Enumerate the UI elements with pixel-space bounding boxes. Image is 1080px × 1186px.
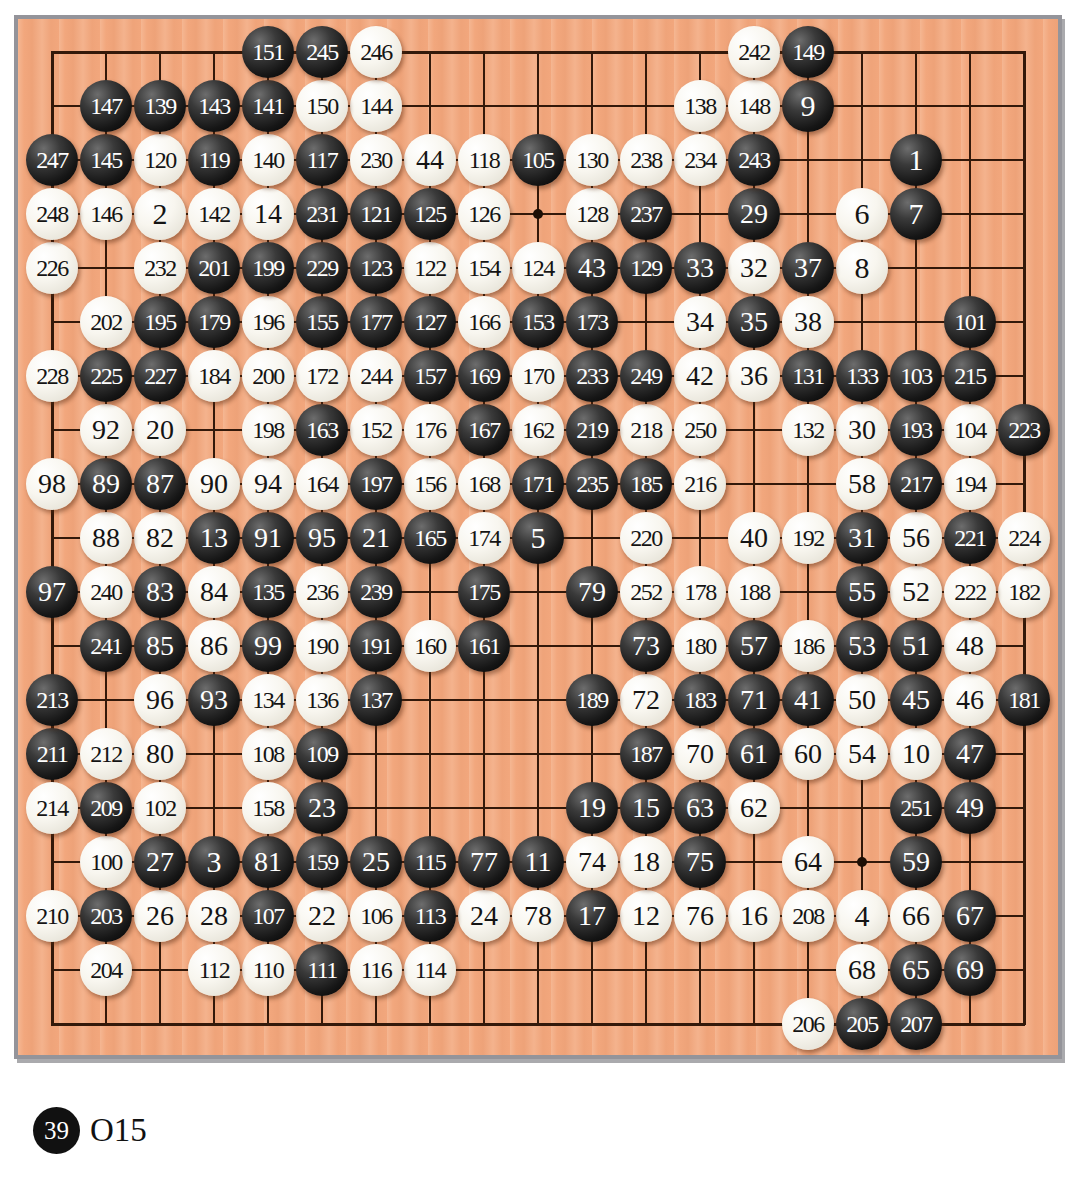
stone-black-23: 23 xyxy=(296,782,348,834)
stone-black-129: 129 xyxy=(620,242,672,294)
stone-white-226: 226 xyxy=(26,242,78,294)
stone-black-157: 157 xyxy=(404,350,456,402)
stone-white-66: 66 xyxy=(890,890,942,942)
stone-black-153: 153 xyxy=(512,296,564,348)
stone-black-119: 119 xyxy=(188,134,240,186)
stone-black-63: 63 xyxy=(674,782,726,834)
stone-white-190: 190 xyxy=(296,620,348,672)
stone-white-168: 168 xyxy=(458,458,510,510)
stone-black-245: 245 xyxy=(296,26,348,78)
stone-black-149: 149 xyxy=(782,26,834,78)
stone-black-27: 27 xyxy=(134,836,186,888)
stone-black-121: 121 xyxy=(350,188,402,240)
stone-black-61: 61 xyxy=(728,728,780,780)
stone-black-19: 19 xyxy=(566,782,618,834)
stone-black-81: 81 xyxy=(242,836,294,888)
stone-white-138: 138 xyxy=(674,80,726,132)
stone-white-54: 54 xyxy=(836,728,888,780)
stone-white-164: 164 xyxy=(296,458,348,510)
stone-white-6: 6 xyxy=(836,188,888,240)
stone-black-93: 93 xyxy=(188,674,240,726)
stone-white-126: 126 xyxy=(458,188,510,240)
stone-black-225: 225 xyxy=(80,350,132,402)
stone-white-28: 28 xyxy=(188,890,240,942)
stone-white-70: 70 xyxy=(674,728,726,780)
stone-black-85: 85 xyxy=(134,620,186,672)
stone-black-29: 29 xyxy=(728,188,780,240)
stone-white-36: 36 xyxy=(728,350,780,402)
stone-white-238: 238 xyxy=(620,134,672,186)
stone-black-217: 217 xyxy=(890,458,942,510)
stone-black-205: 205 xyxy=(836,998,888,1050)
stone-black-181: 181 xyxy=(998,674,1050,726)
stone-black-241: 241 xyxy=(80,620,132,672)
stone-black-117: 117 xyxy=(296,134,348,186)
stone-black-179: 179 xyxy=(188,296,240,348)
stone-white-40: 40 xyxy=(728,512,780,564)
stone-black-43: 43 xyxy=(566,242,618,294)
stone-white-166: 166 xyxy=(458,296,510,348)
stone-black-71: 71 xyxy=(728,674,780,726)
stone-white-84: 84 xyxy=(188,566,240,618)
stone-white-180: 180 xyxy=(674,620,726,672)
stone-black-227: 227 xyxy=(134,350,186,402)
caption-black-stone-icon: 39 xyxy=(33,1107,80,1154)
stone-black-163: 163 xyxy=(296,404,348,456)
stone-black-177: 177 xyxy=(350,296,402,348)
stone-black-207: 207 xyxy=(890,998,942,1050)
stone-white-68: 68 xyxy=(836,944,888,996)
stone-white-82: 82 xyxy=(134,512,186,564)
stone-white-172: 172 xyxy=(296,350,348,402)
stone-white-216: 216 xyxy=(674,458,726,510)
stone-black-11: 11 xyxy=(512,836,564,888)
stone-white-72: 72 xyxy=(620,674,672,726)
stone-black-45: 45 xyxy=(890,674,942,726)
stone-white-182: 182 xyxy=(998,566,1050,618)
stone-white-88: 88 xyxy=(80,512,132,564)
stone-white-236: 236 xyxy=(296,566,348,618)
stone-black-247: 247 xyxy=(26,134,78,186)
stone-white-142: 142 xyxy=(188,188,240,240)
stone-white-104: 104 xyxy=(944,404,996,456)
stone-black-33: 33 xyxy=(674,242,726,294)
stone-black-135: 135 xyxy=(242,566,294,618)
stone-black-41: 41 xyxy=(782,674,834,726)
stone-white-14: 14 xyxy=(242,188,294,240)
stone-black-83: 83 xyxy=(134,566,186,618)
stone-black-159: 159 xyxy=(296,836,348,888)
stone-white-146: 146 xyxy=(80,188,132,240)
stone-white-130: 130 xyxy=(566,134,618,186)
stone-white-94: 94 xyxy=(242,458,294,510)
stone-black-7: 7 xyxy=(890,188,942,240)
stone-black-133: 133 xyxy=(836,350,888,402)
stone-white-154: 154 xyxy=(458,242,510,294)
stone-black-183: 183 xyxy=(674,674,726,726)
stone-white-242: 242 xyxy=(728,26,780,78)
stone-white-86: 86 xyxy=(188,620,240,672)
stone-black-173: 173 xyxy=(566,296,618,348)
stone-white-170: 170 xyxy=(512,350,564,402)
stone-white-250: 250 xyxy=(674,404,726,456)
stone-white-62: 62 xyxy=(728,782,780,834)
stone-black-219: 219 xyxy=(566,404,618,456)
stone-black-239: 239 xyxy=(350,566,402,618)
stone-black-165: 165 xyxy=(404,512,456,564)
stone-white-178: 178 xyxy=(674,566,726,618)
stone-white-106: 106 xyxy=(350,890,402,942)
caption-move-number: 39 xyxy=(44,1118,69,1143)
stone-black-67: 67 xyxy=(944,890,996,942)
stone-black-167: 167 xyxy=(458,404,510,456)
stone-white-222: 222 xyxy=(944,566,996,618)
stone-black-139: 139 xyxy=(134,80,186,132)
move-caption: 39 O15 xyxy=(33,1107,147,1154)
stone-white-134: 134 xyxy=(242,674,294,726)
stone-black-199: 199 xyxy=(242,242,294,294)
stone-black-175: 175 xyxy=(458,566,510,618)
stone-white-20: 20 xyxy=(134,404,186,456)
stone-black-105: 105 xyxy=(512,134,564,186)
stone-black-57: 57 xyxy=(728,620,780,672)
stone-black-155: 155 xyxy=(296,296,348,348)
stone-white-206: 206 xyxy=(782,998,834,1050)
stone-black-185: 185 xyxy=(620,458,672,510)
stone-black-25: 25 xyxy=(350,836,402,888)
stone-white-140: 140 xyxy=(242,134,294,186)
stone-black-91: 91 xyxy=(242,512,294,564)
stone-black-127: 127 xyxy=(404,296,456,348)
stone-white-120: 120 xyxy=(134,134,186,186)
stone-white-42: 42 xyxy=(674,350,726,402)
stone-black-115: 115 xyxy=(404,836,456,888)
stone-black-137: 137 xyxy=(350,674,402,726)
stone-black-209: 209 xyxy=(80,782,132,834)
stone-black-111: 111 xyxy=(296,944,348,996)
stone-white-188: 188 xyxy=(728,566,780,618)
stone-black-73: 73 xyxy=(620,620,672,672)
stone-black-235: 235 xyxy=(566,458,618,510)
stone-white-4: 4 xyxy=(836,890,888,942)
stone-white-192: 192 xyxy=(782,512,834,564)
stone-white-252: 252 xyxy=(620,566,672,618)
stone-white-64: 64 xyxy=(782,836,834,888)
stone-white-204: 204 xyxy=(80,944,132,996)
stone-white-230: 230 xyxy=(350,134,402,186)
stone-black-13: 13 xyxy=(188,512,240,564)
stone-black-189: 189 xyxy=(566,674,618,726)
stone-black-171: 171 xyxy=(512,458,564,510)
stone-white-56: 56 xyxy=(890,512,942,564)
stone-black-3: 3 xyxy=(188,836,240,888)
stone-black-243: 243 xyxy=(728,134,780,186)
stone-white-220: 220 xyxy=(620,512,672,564)
stone-white-58: 58 xyxy=(836,458,888,510)
go-board: 1234567891011121314151617181920212223242… xyxy=(14,15,1062,1059)
stone-black-125: 125 xyxy=(404,188,456,240)
stone-white-210: 210 xyxy=(26,890,78,942)
stone-black-161: 161 xyxy=(458,620,510,672)
stone-black-75: 75 xyxy=(674,836,726,888)
stone-white-92: 92 xyxy=(80,404,132,456)
stone-black-145: 145 xyxy=(80,134,132,186)
stone-white-90: 90 xyxy=(188,458,240,510)
stone-white-122: 122 xyxy=(404,242,456,294)
stone-white-10: 10 xyxy=(890,728,942,780)
stone-white-2: 2 xyxy=(134,188,186,240)
stone-white-102: 102 xyxy=(134,782,186,834)
stone-white-194: 194 xyxy=(944,458,996,510)
stone-white-16: 16 xyxy=(728,890,780,942)
stone-black-221: 221 xyxy=(944,512,996,564)
stone-white-144: 144 xyxy=(350,80,402,132)
stone-black-113: 113 xyxy=(404,890,456,942)
stone-black-251: 251 xyxy=(890,782,942,834)
stone-black-55: 55 xyxy=(836,566,888,618)
stone-white-26: 26 xyxy=(134,890,186,942)
stone-black-143: 143 xyxy=(188,80,240,132)
stone-black-203: 203 xyxy=(80,890,132,942)
stone-white-108: 108 xyxy=(242,728,294,780)
stone-black-97: 97 xyxy=(26,566,78,618)
stone-black-197: 197 xyxy=(350,458,402,510)
stone-black-237: 237 xyxy=(620,188,672,240)
stone-white-96: 96 xyxy=(134,674,186,726)
stone-white-8: 8 xyxy=(836,242,888,294)
stone-white-240: 240 xyxy=(80,566,132,618)
stone-white-116: 116 xyxy=(350,944,402,996)
stone-black-211: 211 xyxy=(26,728,78,780)
stone-black-77: 77 xyxy=(458,836,510,888)
stone-white-174: 174 xyxy=(458,512,510,564)
stone-white-132: 132 xyxy=(782,404,834,456)
stone-black-109: 109 xyxy=(296,728,348,780)
stone-black-195: 195 xyxy=(134,296,186,348)
stone-black-5: 5 xyxy=(512,512,564,564)
stone-black-249: 249 xyxy=(620,350,672,402)
stone-black-231: 231 xyxy=(296,188,348,240)
stone-black-99: 99 xyxy=(242,620,294,672)
stone-white-76: 76 xyxy=(674,890,726,942)
stone-white-114: 114 xyxy=(404,944,456,996)
stone-black-21: 21 xyxy=(350,512,402,564)
stone-black-191: 191 xyxy=(350,620,402,672)
stone-black-95: 95 xyxy=(296,512,348,564)
stone-white-80: 80 xyxy=(134,728,186,780)
stone-white-218: 218 xyxy=(620,404,672,456)
stone-white-98: 98 xyxy=(26,458,78,510)
stone-white-24: 24 xyxy=(458,890,510,942)
stone-white-202: 202 xyxy=(80,296,132,348)
stone-white-110: 110 xyxy=(242,944,294,996)
board-grid: 1234567891011121314151617181920212223242… xyxy=(52,52,1024,1024)
stone-white-46: 46 xyxy=(944,674,996,726)
stone-black-215: 215 xyxy=(944,350,996,402)
stone-black-79: 79 xyxy=(566,566,618,618)
stone-black-1: 1 xyxy=(890,134,942,186)
stone-white-74: 74 xyxy=(566,836,618,888)
stone-black-201: 201 xyxy=(188,242,240,294)
stone-black-193: 193 xyxy=(890,404,942,456)
stone-white-118: 118 xyxy=(458,134,510,186)
stone-white-124: 124 xyxy=(512,242,564,294)
stone-white-38: 38 xyxy=(782,296,834,348)
stone-white-200: 200 xyxy=(242,350,294,402)
stone-black-59: 59 xyxy=(890,836,942,888)
stone-black-53: 53 xyxy=(836,620,888,672)
stone-white-244: 244 xyxy=(350,350,402,402)
stone-black-103: 103 xyxy=(890,350,942,402)
stone-white-212: 212 xyxy=(80,728,132,780)
stone-white-158: 158 xyxy=(242,782,294,834)
stone-white-128: 128 xyxy=(566,188,618,240)
stone-black-47: 47 xyxy=(944,728,996,780)
stone-white-160: 160 xyxy=(404,620,456,672)
stone-black-123: 123 xyxy=(350,242,402,294)
stone-black-131: 131 xyxy=(782,350,834,402)
stone-white-32: 32 xyxy=(728,242,780,294)
stone-white-112: 112 xyxy=(188,944,240,996)
stone-black-17: 17 xyxy=(566,890,618,942)
stone-white-52: 52 xyxy=(890,566,942,618)
stone-white-214: 214 xyxy=(26,782,78,834)
stone-white-78: 78 xyxy=(512,890,564,942)
stone-white-50: 50 xyxy=(836,674,888,726)
caption-coordinate: O15 xyxy=(90,1114,147,1147)
stone-white-208: 208 xyxy=(782,890,834,942)
stone-black-65: 65 xyxy=(890,944,942,996)
stone-black-233: 233 xyxy=(566,350,618,402)
stone-white-44: 44 xyxy=(404,134,456,186)
stone-black-169: 169 xyxy=(458,350,510,402)
grid-line-horizontal xyxy=(51,807,1025,809)
stone-white-196: 196 xyxy=(242,296,294,348)
stone-white-136: 136 xyxy=(296,674,348,726)
stone-white-60: 60 xyxy=(782,728,834,780)
stone-white-30: 30 xyxy=(836,404,888,456)
stone-black-87: 87 xyxy=(134,458,186,510)
stone-white-184: 184 xyxy=(188,350,240,402)
stone-black-101: 101 xyxy=(944,296,996,348)
stone-black-229: 229 xyxy=(296,242,348,294)
stone-black-37: 37 xyxy=(782,242,834,294)
stone-white-150: 150 xyxy=(296,80,348,132)
stone-black-187: 187 xyxy=(620,728,672,780)
stone-black-89: 89 xyxy=(80,458,132,510)
stone-black-49: 49 xyxy=(944,782,996,834)
stone-white-198: 198 xyxy=(242,404,294,456)
stone-black-151: 151 xyxy=(242,26,294,78)
stone-white-162: 162 xyxy=(512,404,564,456)
stone-black-35: 35 xyxy=(728,296,780,348)
stone-black-107: 107 xyxy=(242,890,294,942)
stone-black-69: 69 xyxy=(944,944,996,996)
stone-white-152: 152 xyxy=(350,404,402,456)
stone-white-232: 232 xyxy=(134,242,186,294)
stone-white-234: 234 xyxy=(674,134,726,186)
stone-white-148: 148 xyxy=(728,80,780,132)
stone-white-176: 176 xyxy=(404,404,456,456)
stone-white-186: 186 xyxy=(782,620,834,672)
star-point xyxy=(533,209,543,219)
stone-black-15: 15 xyxy=(620,782,672,834)
stone-white-22: 22 xyxy=(296,890,348,942)
stone-white-34: 34 xyxy=(674,296,726,348)
stone-white-18: 18 xyxy=(620,836,672,888)
stone-white-48: 48 xyxy=(944,620,996,672)
star-point xyxy=(857,857,867,867)
stone-white-228: 228 xyxy=(26,350,78,402)
stone-black-9: 9 xyxy=(782,80,834,132)
stone-black-141: 141 xyxy=(242,80,294,132)
stone-black-31: 31 xyxy=(836,512,888,564)
stone-white-246: 246 xyxy=(350,26,402,78)
stone-black-147: 147 xyxy=(80,80,132,132)
stone-black-223: 223 xyxy=(998,404,1050,456)
stone-white-224: 224 xyxy=(998,512,1050,564)
stone-black-213: 213 xyxy=(26,674,78,726)
stone-white-156: 156 xyxy=(404,458,456,510)
stone-white-100: 100 xyxy=(80,836,132,888)
stone-white-248: 248 xyxy=(26,188,78,240)
stone-white-12: 12 xyxy=(620,890,672,942)
stone-black-51: 51 xyxy=(890,620,942,672)
